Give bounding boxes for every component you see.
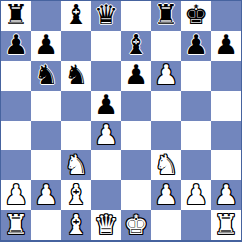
square-h2[interactable]: ♟ bbox=[211, 180, 241, 210]
square-d1[interactable]: ♛ bbox=[91, 210, 121, 240]
square-c4[interactable] bbox=[61, 121, 91, 151]
square-e6[interactable]: ♟ bbox=[121, 61, 151, 91]
piece-white-rook[interactable]: ♜ bbox=[214, 211, 238, 238]
piece-white-knight[interactable]: ♞ bbox=[64, 151, 88, 178]
square-h3[interactable] bbox=[211, 150, 241, 180]
square-d5[interactable]: ♟ bbox=[91, 91, 121, 121]
square-h8[interactable] bbox=[211, 1, 241, 31]
square-e2[interactable] bbox=[121, 180, 151, 210]
square-e8[interactable] bbox=[121, 1, 151, 31]
piece-black-king[interactable]: ♚ bbox=[184, 1, 208, 28]
square-f8[interactable]: ♜ bbox=[151, 1, 181, 31]
piece-white-bishop[interactable]: ♝ bbox=[64, 211, 88, 238]
square-d3[interactable] bbox=[91, 150, 121, 180]
piece-white-pawn[interactable]: ♟ bbox=[4, 181, 28, 208]
square-g2[interactable]: ♟ bbox=[181, 180, 211, 210]
piece-black-pawn[interactable]: ♟ bbox=[124, 61, 148, 88]
piece-black-knight[interactable]: ♞ bbox=[64, 61, 88, 88]
piece-white-pawn[interactable]: ♟ bbox=[214, 181, 238, 208]
square-c5[interactable] bbox=[61, 91, 91, 121]
piece-white-pawn[interactable]: ♟ bbox=[184, 181, 208, 208]
piece-black-bishop[interactable]: ♝ bbox=[64, 1, 88, 28]
piece-white-bishop[interactable]: ♝ bbox=[64, 181, 88, 208]
square-b5[interactable] bbox=[31, 91, 61, 121]
piece-black-pawn[interactable]: ♟ bbox=[184, 31, 208, 58]
piece-black-pawn[interactable]: ♟ bbox=[214, 31, 238, 58]
chess-board: ♜♝♛♜♚♟♟♝♟♟♞♞♟♟♟♟♞♞♟♟♝♟♟♟♜♝♛♚♜ bbox=[0, 0, 242, 242]
square-d7[interactable] bbox=[91, 31, 121, 61]
square-f4[interactable] bbox=[151, 121, 181, 151]
square-a3[interactable] bbox=[1, 150, 31, 180]
square-c2[interactable]: ♝ bbox=[61, 180, 91, 210]
square-g4[interactable] bbox=[181, 121, 211, 151]
square-f7[interactable] bbox=[151, 31, 181, 61]
piece-black-rook[interactable]: ♜ bbox=[154, 1, 178, 28]
piece-white-king[interactable]: ♚ bbox=[124, 211, 148, 238]
piece-black-pawn[interactable]: ♟ bbox=[94, 91, 118, 118]
square-e1[interactable]: ♚ bbox=[121, 210, 151, 240]
square-e5[interactable] bbox=[121, 91, 151, 121]
piece-white-rook[interactable]: ♜ bbox=[4, 211, 28, 238]
square-g7[interactable]: ♟ bbox=[181, 31, 211, 61]
square-a4[interactable] bbox=[1, 121, 31, 151]
square-e4[interactable] bbox=[121, 121, 151, 151]
square-f1[interactable] bbox=[151, 210, 181, 240]
square-a5[interactable] bbox=[1, 91, 31, 121]
square-a7[interactable]: ♟ bbox=[1, 31, 31, 61]
square-c6[interactable]: ♞ bbox=[61, 61, 91, 91]
square-c7[interactable] bbox=[61, 31, 91, 61]
piece-white-pawn[interactable]: ♟ bbox=[154, 181, 178, 208]
piece-white-pawn[interactable]: ♟ bbox=[154, 61, 178, 88]
square-c8[interactable]: ♝ bbox=[61, 1, 91, 31]
square-d2[interactable] bbox=[91, 180, 121, 210]
square-g5[interactable] bbox=[181, 91, 211, 121]
square-h6[interactable] bbox=[211, 61, 241, 91]
piece-black-pawn[interactable]: ♟ bbox=[4, 31, 28, 58]
square-e7[interactable]: ♝ bbox=[121, 31, 151, 61]
square-g8[interactable]: ♚ bbox=[181, 1, 211, 31]
square-h1[interactable]: ♜ bbox=[211, 210, 241, 240]
square-f5[interactable] bbox=[151, 91, 181, 121]
square-a8[interactable]: ♜ bbox=[1, 1, 31, 31]
square-d8[interactable]: ♛ bbox=[91, 1, 121, 31]
piece-white-pawn[interactable]: ♟ bbox=[34, 181, 58, 208]
square-g1[interactable] bbox=[181, 210, 211, 240]
piece-white-knight[interactable]: ♞ bbox=[154, 151, 178, 178]
piece-black-bishop[interactable]: ♝ bbox=[124, 31, 148, 58]
square-b4[interactable] bbox=[31, 121, 61, 151]
piece-black-pawn[interactable]: ♟ bbox=[34, 31, 58, 58]
piece-black-queen[interactable]: ♛ bbox=[94, 1, 118, 28]
square-a6[interactable] bbox=[1, 61, 31, 91]
square-c1[interactable]: ♝ bbox=[61, 210, 91, 240]
piece-black-rook[interactable]: ♜ bbox=[4, 1, 28, 28]
square-b6[interactable]: ♞ bbox=[31, 61, 61, 91]
square-f3[interactable]: ♞ bbox=[151, 150, 181, 180]
square-g6[interactable] bbox=[181, 61, 211, 91]
square-f2[interactable]: ♟ bbox=[151, 180, 181, 210]
square-b2[interactable]: ♟ bbox=[31, 180, 61, 210]
square-a2[interactable]: ♟ bbox=[1, 180, 31, 210]
piece-black-knight[interactable]: ♞ bbox=[34, 61, 58, 88]
square-e3[interactable] bbox=[121, 150, 151, 180]
square-d4[interactable]: ♟ bbox=[91, 121, 121, 151]
piece-white-queen[interactable]: ♛ bbox=[94, 211, 118, 238]
square-f6[interactable]: ♟ bbox=[151, 61, 181, 91]
square-d6[interactable] bbox=[91, 61, 121, 91]
piece-white-pawn[interactable]: ♟ bbox=[94, 121, 118, 148]
square-h4[interactable] bbox=[211, 121, 241, 151]
square-g3[interactable] bbox=[181, 150, 211, 180]
square-c3[interactable]: ♞ bbox=[61, 150, 91, 180]
square-h7[interactable]: ♟ bbox=[211, 31, 241, 61]
square-h5[interactable] bbox=[211, 91, 241, 121]
square-a1[interactable]: ♜ bbox=[1, 210, 31, 240]
square-b3[interactable] bbox=[31, 150, 61, 180]
square-b1[interactable] bbox=[31, 210, 61, 240]
square-b7[interactable]: ♟ bbox=[31, 31, 61, 61]
square-b8[interactable] bbox=[31, 1, 61, 31]
